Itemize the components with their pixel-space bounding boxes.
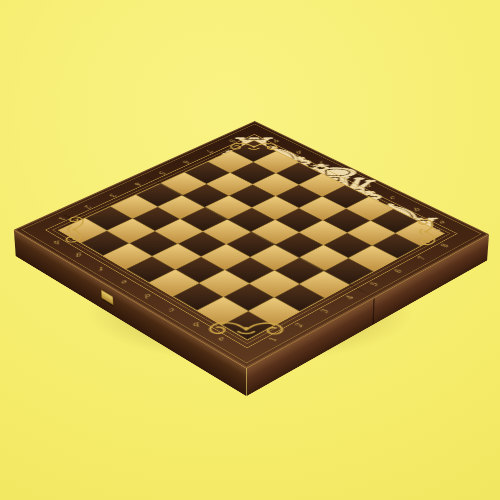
file-label: c [168,307,176,313]
rank-label: 2 [293,323,305,328]
rank-label: 7 [416,256,428,261]
file-label: g [75,252,83,258]
file-label: e [121,279,129,285]
brass-clasp [101,290,114,306]
rank-label: 5 [157,171,168,175]
rank-label: 3 [108,193,119,197]
file-label: b [192,321,201,328]
rank-label: 6 [392,269,404,274]
rank-label: 1 [267,337,279,342]
file-label: f [99,266,105,272]
rank-label: 4 [344,295,356,300]
corner-scroll-ornament [205,319,287,338]
file-label: d [144,293,153,299]
rank-label: 6 [181,160,192,164]
rank-label: 8 [439,244,450,249]
rank-label: 3 [318,309,330,314]
fold-seam-side [372,298,374,325]
rank-label: 4 [132,182,143,186]
rank-label: 5 [368,282,380,287]
photo-background: hhggffeeddccbbaa8877665544332211 ♜♞♝♛♚♝♞… [0,0,500,500]
